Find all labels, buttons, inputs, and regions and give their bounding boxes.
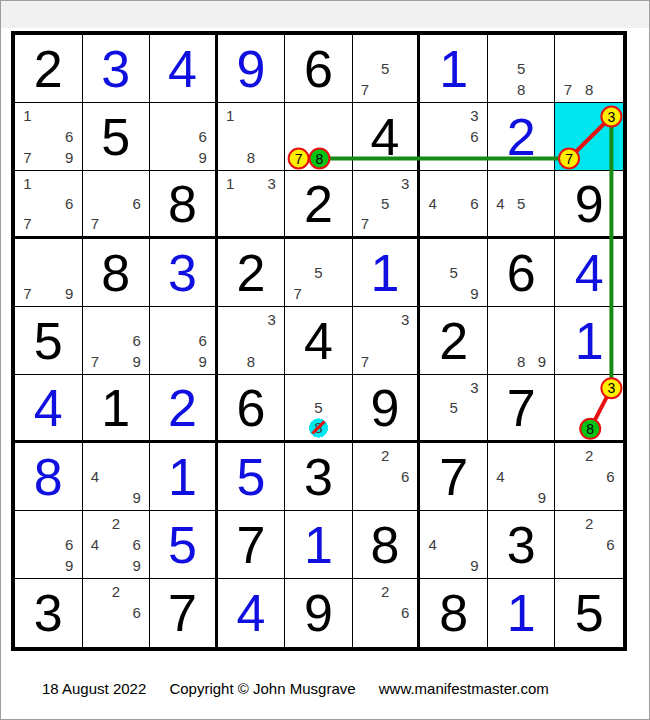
header-band <box>1 1 649 28</box>
candidate-grid: 49 <box>85 445 148 508</box>
cell-r1c8[interactable]: 58 <box>488 35 556 103</box>
cell-r4c3[interactable]: 3 <box>150 239 218 307</box>
candidate-empty <box>261 105 282 126</box>
candidate-empty <box>38 147 59 168</box>
candidate-empty <box>355 487 375 508</box>
cell-r4c7[interactable]: 59 <box>420 239 488 307</box>
candidate-empty <box>532 79 553 100</box>
solved-digit: 1 <box>555 307 623 374</box>
cell-r2c1[interactable]: 1679 <box>15 103 83 171</box>
candidate-empty <box>600 445 621 466</box>
given-digit: 9 <box>555 171 623 236</box>
cell-r3c4[interactable]: 13 <box>218 171 286 239</box>
candidate-empty <box>422 173 443 193</box>
candidate-empty <box>443 193 464 213</box>
candidate-empty <box>126 513 147 534</box>
cell-r8c7[interactable]: 49 <box>420 511 488 579</box>
cell-r4c9[interactable]: 4 <box>555 239 623 307</box>
candidate-2: 2 <box>105 581 126 602</box>
cell-r6c1[interactable]: 4 <box>15 375 83 443</box>
cell-r1c5[interactable]: 6 <box>285 35 353 103</box>
footer-site[interactable]: www.manifestmaster.com <box>379 680 549 697</box>
candidate-empty <box>329 147 350 168</box>
candidate-2: 2 <box>375 581 395 602</box>
candidate-9: 9 <box>464 283 485 304</box>
candidate-empty <box>38 193 59 213</box>
candidate-empty <box>152 351 172 372</box>
candidate-empty <box>126 581 147 602</box>
candidate-empty <box>85 581 106 602</box>
candidate-7: 7 <box>287 283 308 304</box>
candidate-empty <box>126 445 147 466</box>
cell-r5c3[interactable]: 69 <box>150 307 218 375</box>
cell-r9c7[interactable]: 8 <box>420 579 488 647</box>
candidate-empty <box>579 105 600 126</box>
candidate-empty <box>443 241 464 262</box>
candidate-empty <box>329 105 350 126</box>
candidate-4: 4 <box>422 193 443 213</box>
cell-r7c4[interactable]: 5 <box>218 443 286 511</box>
footer-date: 18 August 2022 <box>42 680 146 697</box>
given-digit: 6 <box>488 239 555 306</box>
candidate-empty <box>464 534 485 555</box>
given-digit: 2 <box>218 239 285 306</box>
cell-r1c2[interactable]: 3 <box>83 35 151 103</box>
solved-digit: 3 <box>150 239 215 306</box>
cell-r8c1[interactable]: 69 <box>15 511 83 579</box>
candidate-empty <box>490 173 511 193</box>
sudoku-board: 2349657158781679569187843623716767813235… <box>11 31 627 651</box>
candidate-empty <box>600 513 621 534</box>
candidate-9: 9 <box>59 283 80 304</box>
cell-r2c2[interactable]: 5 <box>83 103 151 171</box>
candidate-grid: 78 <box>557 37 621 100</box>
candidate-empty <box>261 214 282 234</box>
candidate-empty <box>579 487 600 508</box>
solved-digit: 1 <box>150 443 215 510</box>
cell-r3c5[interactable]: 2 <box>285 171 353 239</box>
candidate-3: 3 <box>464 377 485 397</box>
cell-r3c6[interactable]: 357 <box>353 171 421 239</box>
candidate-empty <box>557 377 578 397</box>
candidate-grid: 36 <box>422 105 485 168</box>
given-digit: 8 <box>353 511 418 578</box>
candidate-empty <box>220 330 241 351</box>
candidate-empty <box>38 262 59 283</box>
candidate-empty <box>172 147 192 168</box>
given-digit: 4 <box>353 103 418 170</box>
candidate-empty <box>59 173 80 193</box>
cell-r9c4[interactable]: 4 <box>218 579 286 647</box>
candidate-empty <box>59 214 80 234</box>
candidate-empty <box>600 58 621 79</box>
candidate-empty <box>511 445 532 466</box>
candidate-5: 5 <box>511 193 532 213</box>
given-digit: 2 <box>15 35 82 102</box>
candidate-empty <box>579 58 600 79</box>
candidate-empty <box>329 377 350 397</box>
candidate-empty <box>329 397 350 417</box>
candidate-empty <box>422 283 443 304</box>
candidate-4: 4 <box>490 193 511 213</box>
cell-r6c6[interactable]: 9 <box>353 375 421 443</box>
cell-r9c9[interactable]: 5 <box>555 579 623 647</box>
cell-r8c5[interactable]: 1 <box>285 511 353 579</box>
cell-r7c7[interactable]: 7 <box>420 443 488 511</box>
candidate-4: 4 <box>490 466 511 487</box>
candidate-7: 7 <box>355 351 375 372</box>
candidate-empty <box>308 377 329 397</box>
given-digit: 7 <box>150 579 215 647</box>
candidate-empty <box>443 513 464 534</box>
cell-r5c4[interactable]: 38 <box>218 307 286 375</box>
candidate-empty <box>600 555 621 576</box>
candidate-empty <box>261 351 282 372</box>
candidate-grid: 167 <box>17 173 80 234</box>
candidate-empty <box>152 309 172 330</box>
cell-r5c1[interactable]: 5 <box>15 307 83 375</box>
candidate-empty <box>17 193 38 213</box>
candidate-empty <box>105 173 126 193</box>
cell-r8c2[interactable]: 2469 <box>83 511 151 579</box>
solved-digit: 8 <box>15 443 82 510</box>
candidate-empty <box>443 214 464 234</box>
candidate-7: 7 <box>287 147 308 168</box>
candidate-empty <box>59 241 80 262</box>
candidate-9: 9 <box>126 487 147 508</box>
candidate-empty <box>85 193 106 213</box>
candidate-empty <box>126 466 147 487</box>
candidate-9: 9 <box>126 351 147 372</box>
candidate-9: 9 <box>532 351 553 372</box>
candidate-grid: 79 <box>17 241 80 304</box>
cell-r9c2[interactable]: 26 <box>83 579 151 647</box>
candidate-3: 3 <box>600 105 621 126</box>
candidate-8: 8 <box>511 79 532 100</box>
cell-r2c3[interactable]: 69 <box>150 103 218 171</box>
candidate-grid: 26 <box>557 445 621 508</box>
candidate-7: 7 <box>557 147 578 168</box>
cell-r6c3[interactable]: 2 <box>150 375 218 443</box>
candidate-empty <box>557 397 578 417</box>
candidate-empty <box>59 262 80 283</box>
candidate-empty <box>422 377 443 397</box>
given-digit: 7 <box>488 375 555 440</box>
cell-r2c9[interactable]: 37 <box>555 103 623 171</box>
cell-r1c4[interactable]: 9 <box>218 35 286 103</box>
cell-r2c4[interactable]: 18 <box>218 103 286 171</box>
candidate-6: 6 <box>464 126 485 147</box>
cell-r2c5[interactable]: 78 <box>285 103 353 171</box>
cell-r1c9[interactable]: 78 <box>555 35 623 103</box>
candidate-empty <box>241 193 262 213</box>
candidate-9: 9 <box>192 351 212 372</box>
candidate-empty <box>85 624 106 645</box>
cell-r3c7[interactable]: 46 <box>420 171 488 239</box>
candidate-empty <box>172 309 192 330</box>
candidate-6: 6 <box>464 193 485 213</box>
cell-r5c8[interactable]: 89 <box>488 307 556 375</box>
candidate-grid: 37 <box>355 309 416 372</box>
candidate-empty <box>579 466 600 487</box>
candidate-empty <box>443 283 464 304</box>
candidate-empty <box>395 445 415 466</box>
candidate-7: 7 <box>557 79 578 100</box>
cell-r2c8[interactable]: 2 <box>488 103 556 171</box>
candidate-empty <box>532 37 553 58</box>
solved-digit: 1 <box>420 35 487 102</box>
candidate-empty <box>579 534 600 555</box>
given-digit: 7 <box>420 443 487 510</box>
candidate-empty <box>355 37 375 58</box>
cell-r6c8[interactable]: 7 <box>488 375 556 443</box>
candidate-empty <box>490 58 511 79</box>
candidate-empty <box>375 214 395 234</box>
cell-r8c8[interactable]: 3 <box>488 511 556 579</box>
cell-r3c8[interactable]: 45 <box>488 171 556 239</box>
cell-r5c6[interactable]: 37 <box>353 307 421 375</box>
candidate-empty <box>85 173 106 193</box>
candidate-6: 6 <box>59 534 80 555</box>
candidate-empty <box>511 37 532 58</box>
candidate-4: 4 <box>422 534 443 555</box>
candidate-empty <box>355 309 375 330</box>
candidate-empty <box>600 397 621 417</box>
candidate-empty <box>422 555 443 576</box>
candidate-empty <box>85 555 106 576</box>
cell-r7c8[interactable]: 49 <box>488 443 556 511</box>
candidate-1: 1 <box>220 105 241 126</box>
candidate-empty <box>152 147 172 168</box>
given-digit: 9 <box>285 579 352 647</box>
candidate-5: 5 <box>443 397 464 417</box>
candidate-grid: 58 <box>490 37 553 100</box>
candidate-empty <box>422 418 443 438</box>
candidate-empty <box>152 126 172 147</box>
candidate-empty <box>375 330 395 351</box>
solved-digit: 1 <box>353 239 418 306</box>
cell-r9c8[interactable]: 1 <box>488 579 556 647</box>
candidate-empty <box>241 214 262 234</box>
candidate-empty <box>557 513 578 534</box>
candidate-empty <box>375 173 395 193</box>
candidate-8: 8 <box>579 79 600 100</box>
candidate-empty <box>532 193 553 213</box>
cell-r8c3[interactable]: 5 <box>150 511 218 579</box>
candidate-6: 6 <box>192 330 212 351</box>
candidate-grid: 35 <box>422 377 485 438</box>
cell-r6c5[interactable]: 58 <box>285 375 353 443</box>
cell-r9c6[interactable]: 26 <box>353 579 421 647</box>
candidate-grid: 357 <box>355 173 416 234</box>
candidate-grid: 2469 <box>85 513 148 576</box>
candidate-empty <box>261 147 282 168</box>
candidate-grid: 45 <box>490 173 553 234</box>
candidate-3: 3 <box>600 377 621 397</box>
given-digit: 8 <box>150 171 215 236</box>
candidate-empty <box>443 555 464 576</box>
candidate-1: 1 <box>17 105 38 126</box>
cell-r6c7[interactable]: 35 <box>420 375 488 443</box>
candidate-empty <box>375 37 395 58</box>
cell-r7c9[interactable]: 26 <box>555 443 623 511</box>
cell-r3c9[interactable]: 9 <box>555 171 623 239</box>
candidate-empty <box>241 126 262 147</box>
candidate-empty <box>600 418 621 438</box>
candidate-empty <box>443 147 464 168</box>
candidate-grid: 49 <box>490 445 553 508</box>
candidate-empty <box>532 466 553 487</box>
candidate-empty <box>464 147 485 168</box>
candidate-empty <box>422 397 443 417</box>
candidate-empty <box>172 330 192 351</box>
candidate-empty <box>443 534 464 555</box>
cell-r5c7[interactable]: 2 <box>420 307 488 375</box>
candidate-empty <box>395 37 415 58</box>
cell-r4c5[interactable]: 57 <box>285 239 353 307</box>
candidate-8: 8 <box>241 351 262 372</box>
candidate-empty <box>85 487 106 508</box>
candidate-empty <box>579 37 600 58</box>
candidate-5: 5 <box>375 193 395 213</box>
candidate-6: 6 <box>126 534 147 555</box>
candidate-empty <box>105 555 126 576</box>
candidate-empty <box>532 330 553 351</box>
candidate-empty <box>17 126 38 147</box>
candidate-empty <box>395 79 415 100</box>
cell-r5c9[interactable]: 1 <box>555 307 623 375</box>
candidate-empty <box>355 445 375 466</box>
candidate-empty <box>532 309 553 330</box>
cell-r4c8[interactable]: 6 <box>488 239 556 307</box>
candidate-empty <box>38 513 59 534</box>
cell-r1c1[interactable]: 2 <box>15 35 83 103</box>
cell-r7c3[interactable]: 1 <box>150 443 218 511</box>
candidate-empty <box>443 173 464 193</box>
candidate-empty <box>375 79 395 100</box>
candidate-empty <box>38 173 59 193</box>
candidate-empty <box>422 241 443 262</box>
cell-r9c3[interactable]: 7 <box>150 579 218 647</box>
cell-r4c2[interactable]: 8 <box>83 239 151 307</box>
candidate-empty <box>192 309 212 330</box>
candidate-empty <box>579 397 600 417</box>
cell-r1c7[interactable]: 1 <box>420 35 488 103</box>
cell-r6c4[interactable]: 6 <box>218 375 286 443</box>
candidate-empty <box>579 555 600 576</box>
cell-r7c1[interactable]: 8 <box>15 443 83 511</box>
candidate-empty <box>443 377 464 397</box>
cell-r6c2[interactable]: 1 <box>83 375 151 443</box>
candidate-empty <box>17 262 38 283</box>
cell-r2c7[interactable]: 36 <box>420 103 488 171</box>
candidate-grid: 59 <box>422 241 485 304</box>
candidate-grid: 46 <box>422 173 485 234</box>
candidate-grid: 49 <box>422 513 485 576</box>
candidate-empty <box>490 309 511 330</box>
solved-digit: 1 <box>285 511 352 578</box>
candidate-empty <box>38 214 59 234</box>
candidate-empty <box>220 126 241 147</box>
cell-r5c5[interactable]: 4 <box>285 307 353 375</box>
candidate-5: 5 <box>375 58 395 79</box>
cell-r7c2[interactable]: 49 <box>83 443 151 511</box>
cell-r1c6[interactable]: 57 <box>353 35 421 103</box>
candidate-empty <box>532 445 553 466</box>
cell-r4c4[interactable]: 2 <box>218 239 286 307</box>
cell-r4c6[interactable]: 1 <box>353 239 421 307</box>
candidate-empty <box>17 555 38 576</box>
given-digit: 7 <box>218 511 285 578</box>
candidate-empty <box>395 624 415 645</box>
candidate-empty <box>152 330 172 351</box>
given-digit: 5 <box>15 307 82 374</box>
candidate-empty <box>241 309 262 330</box>
cell-r3c2[interactable]: 67 <box>83 171 151 239</box>
solved-digit: 1 <box>488 579 555 647</box>
candidate-empty <box>557 105 578 126</box>
candidate-grid: 13 <box>220 173 283 234</box>
candidate-empty <box>579 126 600 147</box>
cell-r8c6[interactable]: 8 <box>353 511 421 579</box>
candidate-empty <box>105 351 126 372</box>
cell-r8c4[interactable]: 7 <box>218 511 286 579</box>
candidate-empty <box>105 487 126 508</box>
candidate-empty <box>375 309 395 330</box>
solved-digit: 3 <box>83 35 150 102</box>
candidate-empty <box>422 262 443 283</box>
cell-r7c6[interactable]: 26 <box>353 443 421 511</box>
candidate-2: 2 <box>375 445 395 466</box>
cell-r9c5[interactable]: 9 <box>285 579 353 647</box>
cell-r5c2[interactable]: 679 <box>83 307 151 375</box>
cell-r9c1[interactable]: 3 <box>15 579 83 647</box>
candidate-empty <box>464 173 485 193</box>
candidate-empty <box>308 126 329 147</box>
candidate-empty <box>490 37 511 58</box>
candidate-empty <box>511 487 532 508</box>
cell-r4c1[interactable]: 79 <box>15 239 83 307</box>
candidate-empty <box>261 330 282 351</box>
solved-digit: 4 <box>555 239 623 306</box>
candidate-empty <box>38 105 59 126</box>
cell-r7c5[interactable]: 3 <box>285 443 353 511</box>
candidate-empty <box>490 351 511 372</box>
candidate-3: 3 <box>261 309 282 330</box>
cell-r6c9[interactable]: 38 <box>555 375 623 443</box>
candidate-empty <box>152 105 172 126</box>
candidate-empty <box>105 330 126 351</box>
cell-r8c9[interactable]: 26 <box>555 511 623 579</box>
cell-r3c1[interactable]: 167 <box>15 171 83 239</box>
candidate-empty <box>557 37 578 58</box>
candidate-empty <box>600 79 621 100</box>
given-digit: 8 <box>83 239 150 306</box>
candidate-grid: 57 <box>355 37 416 100</box>
cell-r3c3[interactable]: 8 <box>150 171 218 239</box>
candidate-9: 9 <box>464 555 485 576</box>
candidate-empty <box>261 193 282 213</box>
candidate-empty <box>557 555 578 576</box>
candidate-grid: 38 <box>557 377 621 438</box>
cell-r2c6[interactable]: 4 <box>353 103 421 171</box>
candidate-empty <box>443 418 464 438</box>
candidate-empty <box>105 445 126 466</box>
candidate-empty <box>464 513 485 534</box>
cell-r1c3[interactable]: 4 <box>150 35 218 103</box>
candidate-6: 6 <box>600 534 621 555</box>
candidate-6: 6 <box>192 126 212 147</box>
